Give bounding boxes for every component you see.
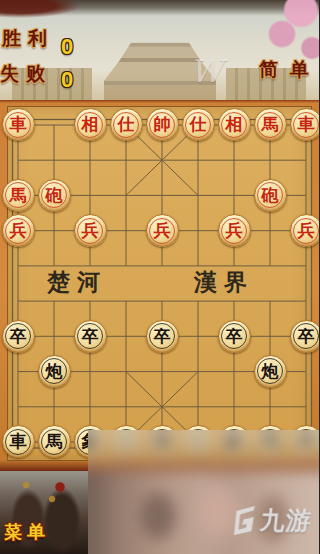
piece-red-advisor[interactable]: 仕 (110, 108, 143, 141)
losses-value: 0 (61, 67, 73, 93)
piece-red-horse[interactable]: 馬 (2, 179, 35, 212)
piece-red-soldier[interactable]: 兵 (74, 214, 107, 247)
piece-red-soldier[interactable]: 兵 (218, 214, 251, 247)
9game-logo-text: 九游 (258, 504, 313, 537)
losses-label: 失败 (0, 61, 52, 87)
piece-black-soldier[interactable]: 卒 (290, 320, 320, 353)
9game-logo: 九游 (229, 504, 313, 537)
piece-black-cannon[interactable]: 炮 (254, 355, 287, 388)
piece-black-soldier[interactable]: 卒 (218, 320, 251, 353)
piece-red-soldier[interactable]: 兵 (2, 214, 35, 247)
piece-red-cannon[interactable]: 砲 (38, 179, 71, 212)
piece-red-soldier[interactable]: 兵 (290, 214, 320, 247)
piece-black-cannon[interactable]: 炮 (38, 355, 71, 388)
piece-black-soldier[interactable]: 卒 (146, 320, 179, 353)
piece-red-cannon[interactable]: 砲 (254, 179, 287, 212)
watermark-w: W (190, 53, 222, 89)
piece-red-elephant[interactable]: 相 (218, 108, 251, 141)
9game-glyph-icon (229, 505, 257, 537)
wins-label: 胜利 (2, 26, 54, 52)
xiangqi-board[interactable]: 楚河 漢界 車相仕帥仕相馬車馬砲砲兵兵兵兵兵卒卒卒卒卒炮炮車馬象士將士象馬車 (0, 100, 319, 471)
piece-black-soldier[interactable]: 卒 (2, 320, 35, 353)
pieces-layer: 車相仕帥仕相馬車馬砲砲兵兵兵兵兵卒卒卒卒卒炮炮車馬象士將士象馬車 (0, 107, 319, 459)
difficulty-badge[interactable]: 简单 (259, 57, 319, 83)
piece-red-general[interactable]: 帥 (146, 108, 179, 141)
piece-black-horse[interactable]: 馬 (38, 425, 71, 458)
piece-red-advisor[interactable]: 仕 (182, 108, 215, 141)
menu-button[interactable]: 菜单 (4, 520, 50, 544)
game-screen: 胜利 0 失败 0 简单 W 楚河 漢界 車相仕帥仕相馬車馬砲砲兵兵兵兵兵卒卒卒… (0, 0, 319, 554)
piece-red-chariot[interactable]: 車 (2, 108, 35, 141)
piece-red-elephant[interactable]: 相 (74, 108, 107, 141)
piece-red-horse[interactable]: 馬 (254, 108, 287, 141)
piece-red-soldier[interactable]: 兵 (146, 214, 179, 247)
piece-red-chariot[interactable]: 車 (290, 108, 320, 141)
piece-black-soldier[interactable]: 卒 (74, 320, 107, 353)
piece-black-chariot[interactable]: 車 (2, 425, 35, 458)
wins-value: 0 (61, 34, 73, 60)
